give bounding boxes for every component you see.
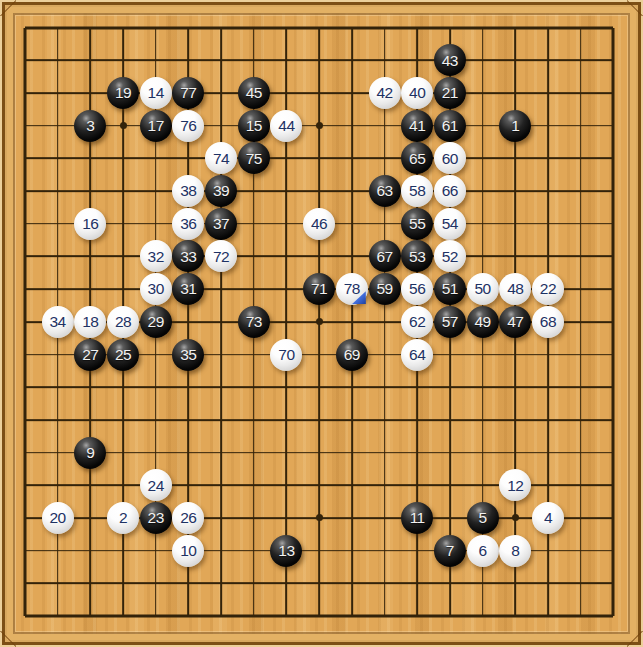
board-cell[interactable] [401,600,434,633]
board-cell[interactable] [139,436,172,469]
board-cell[interactable] [532,600,565,633]
board-cell[interactable] [499,240,532,273]
board-cell[interactable]: 2 [107,502,140,535]
board-cell[interactable] [237,273,270,306]
board-cell[interactable] [237,11,270,44]
board-cell[interactable] [564,567,597,600]
board-cell[interactable] [41,567,74,600]
board-cell[interactable] [237,600,270,633]
board-cell[interactable]: 46 [303,207,336,240]
board-cell[interactable] [466,11,499,44]
board-cell[interactable] [597,567,630,600]
board-cell[interactable] [532,338,565,371]
board-cell[interactable] [499,175,532,208]
board-cell[interactable] [368,338,401,371]
board-cell[interactable]: 74 [205,142,238,175]
board-cell[interactable] [139,207,172,240]
board-cell[interactable] [532,404,565,437]
board-cell[interactable] [564,77,597,110]
board-cell[interactable]: 9 [74,436,107,469]
board-cell[interactable] [205,534,238,567]
board-cell[interactable] [107,175,140,208]
board-cell[interactable] [205,273,238,306]
board-cell[interactable] [597,109,630,142]
board-cell[interactable] [597,175,630,208]
board-cell[interactable] [74,142,107,175]
board-cell[interactable] [107,240,140,273]
board-cell[interactable] [335,600,368,633]
board-cell[interactable] [237,404,270,437]
board-cell[interactable]: 69 [335,338,368,371]
board-cell[interactable] [303,175,336,208]
board-cell[interactable] [270,567,303,600]
board-cell[interactable]: 51 [434,273,467,306]
board-cell[interactable] [532,240,565,273]
board-cell[interactable] [597,371,630,404]
board-cell[interactable]: 42 [368,77,401,110]
board-cell[interactable]: 38 [172,175,205,208]
board-cell[interactable] [74,240,107,273]
board-cell[interactable]: 64 [401,338,434,371]
board-cell[interactable] [368,567,401,600]
board-cell[interactable]: 6 [466,534,499,567]
board-cell[interactable]: 77 [172,77,205,110]
board-cell[interactable]: 14 [139,77,172,110]
board-cell[interactable] [41,404,74,437]
board-cell[interactable] [335,502,368,535]
board-cell[interactable]: 18 [74,305,107,338]
board-cell[interactable] [107,207,140,240]
board-cell[interactable]: 31 [172,273,205,306]
board-cell[interactable] [597,502,630,535]
board-cell[interactable] [597,142,630,175]
board-cell[interactable]: 60 [434,142,467,175]
board-cell[interactable] [368,109,401,142]
board-cell[interactable] [499,338,532,371]
board-cell[interactable] [434,502,467,535]
board-cell[interactable] [107,567,140,600]
board-cell[interactable] [237,207,270,240]
board-cell[interactable] [270,371,303,404]
board-cell[interactable] [434,338,467,371]
board-cell[interactable] [564,502,597,535]
board-cell[interactable] [139,567,172,600]
board-cell[interactable] [270,404,303,437]
board-cell[interactable]: 44 [270,109,303,142]
board-cell[interactable] [564,44,597,77]
board-cell[interactable] [499,404,532,437]
board-cell[interactable] [9,207,42,240]
board-cell[interactable] [9,175,42,208]
board-cell[interactable] [237,175,270,208]
board-cell[interactable]: 49 [466,305,499,338]
board-cell[interactable] [466,109,499,142]
board-cell[interactable]: 7 [434,534,467,567]
board-cell[interactable]: 25 [107,338,140,371]
board-cell[interactable] [41,207,74,240]
board-cell[interactable] [107,600,140,633]
board-cell[interactable]: 28 [107,305,140,338]
board-cell[interactable] [41,534,74,567]
board-cell[interactable] [499,44,532,77]
board-cell[interactable] [270,436,303,469]
board-cell[interactable]: 4 [532,502,565,535]
board-cell[interactable] [434,600,467,633]
board-cell[interactable] [9,534,42,567]
board-cell[interactable] [532,142,565,175]
board-cell[interactable] [335,142,368,175]
board-cell[interactable]: 72 [205,240,238,273]
board-cell[interactable] [303,404,336,437]
board-cell[interactable] [564,240,597,273]
board-cell[interactable] [74,567,107,600]
board-cell[interactable]: 12 [499,469,532,502]
board-cell[interactable] [41,11,74,44]
board-cell[interactable] [237,240,270,273]
board-cell[interactable] [107,404,140,437]
board-cell[interactable] [401,404,434,437]
board-cell[interactable] [303,371,336,404]
board-cell[interactable] [270,273,303,306]
board-cell[interactable]: 78 [335,273,368,306]
board-cell[interactable] [205,371,238,404]
board-cell[interactable] [368,44,401,77]
board-cell[interactable] [172,11,205,44]
board-cell[interactable]: 52 [434,240,467,273]
board-cell[interactable] [205,567,238,600]
board-cell[interactable] [564,600,597,633]
board-cell[interactable]: 68 [532,305,565,338]
board-cell[interactable] [532,371,565,404]
board-cell[interactable]: 35 [172,338,205,371]
board-cell[interactable]: 63 [368,175,401,208]
board-cell[interactable] [368,436,401,469]
board-cell[interactable] [74,469,107,502]
board-cell[interactable] [368,600,401,633]
board-cell[interactable] [434,436,467,469]
board-cell[interactable] [9,273,42,306]
board-cell[interactable] [466,44,499,77]
board-cell[interactable] [237,436,270,469]
board-cell[interactable]: 24 [139,469,172,502]
board-cell[interactable]: 62 [401,305,434,338]
board-cell[interactable] [597,240,630,273]
board-cell[interactable] [41,109,74,142]
board-cell[interactable] [335,371,368,404]
board-cell[interactable] [107,469,140,502]
board-cell[interactable] [237,338,270,371]
board-cell[interactable] [9,11,42,44]
board-cell[interactable] [499,11,532,44]
board-cell[interactable]: 76 [172,109,205,142]
board-cell[interactable] [597,338,630,371]
board-cell[interactable] [434,567,467,600]
board-cell[interactable] [368,11,401,44]
board-cell[interactable] [499,567,532,600]
board-cell[interactable] [237,502,270,535]
board-cell[interactable]: 47 [499,305,532,338]
board-cell[interactable] [237,534,270,567]
board-cell[interactable]: 27 [74,338,107,371]
board-cell[interactable]: 37 [205,207,238,240]
board-cell[interactable] [564,109,597,142]
board-cell[interactable] [107,273,140,306]
board-cell[interactable]: 50 [466,273,499,306]
board-cell[interactable] [41,142,74,175]
board-cell[interactable] [499,77,532,110]
board-cell[interactable]: 19 [107,77,140,110]
board-cell[interactable] [74,502,107,535]
board-cell[interactable] [335,175,368,208]
board-cell[interactable] [335,534,368,567]
board-cell[interactable] [499,207,532,240]
board-cell[interactable] [107,142,140,175]
board-cell[interactable] [172,305,205,338]
board-cell[interactable] [107,436,140,469]
board-cell[interactable]: 17 [139,109,172,142]
board-cell[interactable] [139,404,172,437]
board-cell[interactable] [564,305,597,338]
board-cell[interactable] [205,436,238,469]
board-cell[interactable] [466,338,499,371]
board-cell[interactable] [237,371,270,404]
board-cell[interactable] [303,109,336,142]
board-cell[interactable] [270,142,303,175]
board-cell[interactable] [401,567,434,600]
board-cell[interactable] [303,534,336,567]
board-cell[interactable] [172,142,205,175]
board-cell[interactable]: 55 [401,207,434,240]
board-cell[interactable] [368,371,401,404]
board-cell[interactable] [237,567,270,600]
board-cell[interactable] [9,142,42,175]
board-cell[interactable]: 10 [172,534,205,567]
board-cell[interactable] [597,600,630,633]
board-cell[interactable] [532,44,565,77]
board-cell[interactable] [139,142,172,175]
board-cell[interactable] [303,469,336,502]
board-cell[interactable] [41,436,74,469]
board-cell[interactable] [139,44,172,77]
board-cell[interactable] [139,600,172,633]
board-cell[interactable] [466,567,499,600]
board-cell[interactable] [139,534,172,567]
board-cell[interactable] [303,567,336,600]
board-cell[interactable] [9,109,42,142]
board-cell[interactable] [172,469,205,502]
board-cell[interactable]: 61 [434,109,467,142]
board-cell[interactable] [9,567,42,600]
board-cell[interactable] [9,77,42,110]
board-cell[interactable] [597,44,630,77]
board-cell[interactable] [205,600,238,633]
board-cell[interactable] [564,469,597,502]
board-cell[interactable]: 16 [74,207,107,240]
board-cell[interactable] [107,109,140,142]
board-cell[interactable]: 33 [172,240,205,273]
board-cell[interactable] [270,305,303,338]
board-cell[interactable]: 32 [139,240,172,273]
board-cell[interactable] [270,600,303,633]
board-cell[interactable]: 54 [434,207,467,240]
board-cell[interactable] [205,44,238,77]
board-cell[interactable] [466,469,499,502]
board-cell[interactable] [107,11,140,44]
board-cell[interactable] [41,240,74,273]
board-cell[interactable] [434,371,467,404]
board-cell[interactable] [401,44,434,77]
board-cell[interactable]: 59 [368,273,401,306]
board-cell[interactable] [335,240,368,273]
board-cell[interactable] [466,142,499,175]
board-cell[interactable] [139,338,172,371]
board-cell[interactable] [41,600,74,633]
board-cell[interactable] [597,11,630,44]
board-cell[interactable] [303,11,336,44]
board-cell[interactable] [139,11,172,44]
board-cell[interactable] [237,44,270,77]
board-cell[interactable]: 40 [401,77,434,110]
board-cell[interactable] [205,109,238,142]
board-cell[interactable] [532,436,565,469]
board-cell[interactable] [74,534,107,567]
board-cell[interactable] [564,404,597,437]
board-cell[interactable] [499,600,532,633]
board-cell[interactable]: 67 [368,240,401,273]
board-cell[interactable]: 5 [466,502,499,535]
board-cell[interactable] [499,436,532,469]
board-cell[interactable] [532,77,565,110]
board-cell[interactable] [434,11,467,44]
board-cell[interactable] [597,534,630,567]
board-cell[interactable] [335,77,368,110]
board-cell[interactable] [41,273,74,306]
board-cell[interactable] [466,175,499,208]
board-cell[interactable] [499,142,532,175]
board-cell[interactable] [270,44,303,77]
board-cell[interactable]: 56 [401,273,434,306]
board-cell[interactable] [434,469,467,502]
board-cell[interactable] [139,175,172,208]
board-cell[interactable]: 15 [237,109,270,142]
board-cell[interactable] [74,77,107,110]
board-cell[interactable]: 53 [401,240,434,273]
board-cell[interactable]: 57 [434,305,467,338]
board-cell[interactable] [74,371,107,404]
board-cell[interactable] [564,175,597,208]
board-cell[interactable]: 65 [401,142,434,175]
board-cell[interactable] [564,338,597,371]
board-cell[interactable] [335,469,368,502]
board-cell[interactable] [74,600,107,633]
board-cell[interactable] [9,338,42,371]
board-cell[interactable] [335,404,368,437]
board-cell[interactable] [74,175,107,208]
board-cell[interactable] [205,502,238,535]
board-cell[interactable] [270,469,303,502]
board-cell[interactable] [9,404,42,437]
board-cell[interactable]: 21 [434,77,467,110]
board-cell[interactable]: 30 [139,273,172,306]
board-cell[interactable]: 26 [172,502,205,535]
board-cell[interactable] [9,305,42,338]
board-cell[interactable] [335,44,368,77]
board-cell[interactable] [597,469,630,502]
board-cell[interactable] [107,534,140,567]
board-cell[interactable]: 66 [434,175,467,208]
board-cell[interactable] [401,469,434,502]
board-cell[interactable] [303,502,336,535]
board-cell[interactable] [205,77,238,110]
board-cell[interactable] [335,567,368,600]
board-cell[interactable] [303,77,336,110]
board-cell[interactable]: 22 [532,273,565,306]
board-cell[interactable] [41,175,74,208]
board-cell[interactable] [466,207,499,240]
board-cell[interactable]: 23 [139,502,172,535]
board-cell[interactable] [172,436,205,469]
board-cell[interactable] [532,11,565,44]
board-cell[interactable] [368,502,401,535]
board-cell[interactable] [74,273,107,306]
board-cell[interactable] [303,44,336,77]
board-cell[interactable] [9,436,42,469]
board-cell[interactable] [368,207,401,240]
board-cell[interactable] [532,207,565,240]
board-cell[interactable]: 41 [401,109,434,142]
board-cell[interactable] [237,469,270,502]
board-cell[interactable] [335,11,368,44]
board-cell[interactable] [368,404,401,437]
board-cell[interactable] [597,273,630,306]
board-cell[interactable] [401,436,434,469]
board-cell[interactable] [597,404,630,437]
board-cell[interactable] [205,11,238,44]
board-cell[interactable]: 45 [237,77,270,110]
board-cell[interactable] [139,371,172,404]
board-cell[interactable] [172,567,205,600]
board-cell[interactable] [401,534,434,567]
board-cell[interactable] [9,371,42,404]
board-cell[interactable] [335,305,368,338]
board-cell[interactable] [532,567,565,600]
board-cell[interactable] [466,404,499,437]
board-cell[interactable] [205,469,238,502]
board-cell[interactable] [368,305,401,338]
board-cell[interactable] [564,273,597,306]
board-cell[interactable] [303,305,336,338]
board-cell[interactable] [270,240,303,273]
board-cell[interactable] [41,338,74,371]
board-cell[interactable] [9,44,42,77]
board-cell[interactable] [74,404,107,437]
board-cell[interactable] [9,502,42,535]
board-cell[interactable] [172,44,205,77]
board-cell[interactable]: 70 [270,338,303,371]
board-cell[interactable] [270,207,303,240]
board-cell[interactable] [205,338,238,371]
board-cell[interactable] [74,44,107,77]
board-cell[interactable] [597,305,630,338]
board-cell[interactable] [303,240,336,273]
board-cell[interactable] [564,534,597,567]
board-cell[interactable] [270,175,303,208]
board-cell[interactable] [303,142,336,175]
board-cell[interactable] [564,371,597,404]
board-cell[interactable] [532,534,565,567]
board-cell[interactable] [172,371,205,404]
board-cell[interactable] [499,371,532,404]
